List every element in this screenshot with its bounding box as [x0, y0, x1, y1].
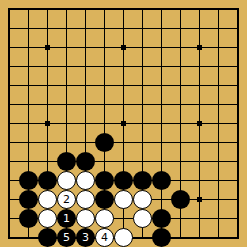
intersection[interactable] [133, 19, 152, 38]
white-stone [76, 209, 95, 228]
intersection[interactable] [95, 95, 114, 114]
grid-line-v [8, 76, 10, 95]
intersection[interactable] [57, 76, 76, 95]
grid-line-v [180, 133, 181, 152]
black-stone [152, 228, 171, 247]
grid-line-v [28, 8, 29, 19]
intersection[interactable] [152, 171, 171, 190]
grid-line-v [180, 57, 181, 76]
black-stone [38, 228, 57, 247]
grid-line-v [237, 57, 239, 76]
intersection[interactable] [171, 19, 190, 38]
grid-line-v [28, 95, 29, 114]
intersection[interactable] [152, 152, 171, 171]
grid-line-v [85, 38, 86, 57]
grid-line-v [104, 19, 105, 38]
grid-line-v [142, 8, 143, 19]
intersection[interactable] [0, 133, 19, 152]
black-stone: 5 [57, 228, 76, 247]
intersection[interactable] [95, 38, 114, 57]
intersection[interactable] [133, 0, 152, 19]
intersection[interactable] [209, 57, 228, 76]
intersection[interactable] [76, 38, 95, 57]
grid-line-v [85, 76, 86, 95]
intersection[interactable] [0, 190, 19, 209]
intersection[interactable] [114, 209, 133, 228]
grid-line-v [218, 152, 219, 171]
grid-line-v [123, 76, 124, 95]
intersection[interactable]: 1 [57, 209, 76, 228]
intersection[interactable] [152, 0, 171, 19]
intersection[interactable] [209, 171, 228, 190]
intersection[interactable] [19, 76, 38, 95]
intersection[interactable] [209, 209, 228, 228]
grid-line-v [104, 76, 105, 95]
grid-line-v [237, 114, 239, 133]
grid-line-v [161, 76, 162, 95]
black-stone [38, 171, 57, 190]
intersection[interactable] [209, 190, 228, 209]
intersection[interactable] [57, 57, 76, 76]
intersection[interactable] [76, 209, 95, 228]
grid-line-v [199, 57, 200, 76]
black-stone [95, 190, 114, 209]
grid-line-v [104, 152, 105, 171]
intersection[interactable] [171, 0, 190, 19]
intersection[interactable] [190, 114, 209, 133]
grid-line-v [199, 95, 200, 114]
grid-line-v [142, 228, 143, 239]
intersection[interactable] [114, 57, 133, 76]
grid-line-v [8, 38, 10, 57]
intersection[interactable] [38, 95, 57, 114]
intersection[interactable] [114, 38, 133, 57]
grid-line-v [85, 19, 86, 38]
intersection[interactable] [171, 57, 190, 76]
intersection[interactable]: 2 [57, 190, 76, 209]
grid-line-v [180, 114, 181, 133]
intersection[interactable] [57, 19, 76, 38]
grid-line-v [142, 19, 143, 38]
intersection[interactable] [228, 0, 247, 19]
intersection[interactable] [76, 76, 95, 95]
intersection[interactable] [0, 171, 19, 190]
intersection[interactable] [38, 209, 57, 228]
grid-line-v [218, 38, 219, 57]
grid-line-v [85, 8, 86, 19]
intersection[interactable] [171, 152, 190, 171]
grid-line-v [66, 133, 67, 152]
grid-line-v [142, 95, 143, 114]
move-label: 2 [63, 194, 70, 205]
grid-line-v [8, 171, 10, 190]
intersection[interactable] [0, 19, 19, 38]
intersection[interactable] [228, 152, 247, 171]
intersection[interactable] [171, 95, 190, 114]
intersection[interactable] [133, 152, 152, 171]
intersection[interactable] [171, 133, 190, 152]
grid-line-v [199, 133, 200, 152]
intersection[interactable] [0, 228, 19, 247]
star-point [45, 45, 50, 50]
grid-line-v [142, 114, 143, 133]
grid-line-v [199, 209, 200, 228]
grid-line-v [180, 8, 181, 19]
intersection[interactable] [0, 114, 19, 133]
star-point [45, 121, 50, 126]
intersection[interactable] [38, 76, 57, 95]
grid-line-v [28, 19, 29, 38]
intersection[interactable] [171, 171, 190, 190]
intersection[interactable] [228, 114, 247, 133]
intersection[interactable] [95, 171, 114, 190]
intersection[interactable] [209, 114, 228, 133]
intersection[interactable] [190, 190, 209, 209]
intersection[interactable] [38, 190, 57, 209]
intersection[interactable] [19, 152, 38, 171]
intersection[interactable] [152, 209, 171, 228]
intersection[interactable] [95, 209, 114, 228]
intersection[interactable] [76, 0, 95, 19]
grid-line-v [8, 228, 10, 239]
intersection[interactable] [19, 95, 38, 114]
intersection[interactable] [0, 57, 19, 76]
star-point [121, 121, 126, 126]
black-stone [133, 171, 152, 190]
intersection[interactable] [95, 152, 114, 171]
intersection[interactable] [152, 19, 171, 38]
intersection[interactable] [114, 0, 133, 19]
intersection[interactable] [57, 114, 76, 133]
black-stone [95, 171, 114, 190]
grid-line-v [142, 133, 143, 152]
move-label: 5 [63, 232, 70, 243]
intersection[interactable] [133, 190, 152, 209]
black-stone [152, 209, 171, 228]
intersection[interactable] [228, 228, 247, 247]
intersection[interactable] [190, 0, 209, 19]
intersection[interactable] [114, 228, 133, 247]
grid-line-v [85, 95, 86, 114]
move-label: 4 [101, 232, 108, 243]
intersection[interactable] [0, 152, 19, 171]
intersection[interactable] [228, 19, 247, 38]
intersection[interactable] [209, 95, 228, 114]
intersection[interactable] [95, 114, 114, 133]
intersection[interactable] [133, 57, 152, 76]
intersection[interactable] [38, 19, 57, 38]
intersection[interactable] [209, 0, 228, 19]
intersection[interactable] [95, 57, 114, 76]
intersection[interactable] [171, 38, 190, 57]
grid-line-v [180, 38, 181, 57]
intersection[interactable] [171, 209, 190, 228]
intersection[interactable]: 3 [76, 228, 95, 247]
grid-line-v [28, 38, 29, 57]
grid-line-v [180, 19, 181, 38]
grid-line-v [104, 38, 105, 57]
grid-line-v [28, 152, 29, 171]
grid-line-v [104, 57, 105, 76]
intersection[interactable] [57, 133, 76, 152]
white-stone [95, 209, 114, 228]
grid-line-v [180, 76, 181, 95]
intersection[interactable] [114, 190, 133, 209]
intersection[interactable] [95, 76, 114, 95]
intersection[interactable] [228, 171, 247, 190]
intersection[interactable] [38, 57, 57, 76]
grid-line-v [28, 228, 29, 239]
grid-line-v [28, 57, 29, 76]
intersection[interactable] [209, 152, 228, 171]
grid-line-v [218, 171, 219, 190]
white-stone [38, 209, 57, 228]
intersection[interactable] [171, 76, 190, 95]
intersection[interactable] [0, 209, 19, 228]
grid-line-v [199, 19, 200, 38]
grid-line-v [8, 209, 10, 228]
intersection[interactable] [19, 209, 38, 228]
intersection[interactable] [228, 57, 247, 76]
grid-line-v [8, 152, 10, 171]
intersection[interactable] [76, 95, 95, 114]
intersection[interactable] [0, 0, 19, 19]
intersection[interactable] [95, 19, 114, 38]
intersection[interactable] [76, 114, 95, 133]
intersection[interactable] [133, 95, 152, 114]
grid-line-v [199, 171, 200, 190]
intersection[interactable] [133, 114, 152, 133]
grid-line-v [161, 133, 162, 152]
intersection[interactable] [38, 114, 57, 133]
move-label: 1 [63, 213, 70, 224]
intersection[interactable] [171, 190, 190, 209]
intersection[interactable] [76, 171, 95, 190]
intersection[interactable] [152, 190, 171, 209]
black-stone [76, 152, 95, 171]
intersection[interactable] [114, 152, 133, 171]
intersection[interactable] [133, 209, 152, 228]
grid-line-v [142, 152, 143, 171]
black-stone [19, 190, 38, 209]
intersection[interactable] [152, 57, 171, 76]
go-board: 21534 [0, 0, 247, 247]
intersection[interactable] [19, 228, 38, 247]
grid-line-v [47, 57, 48, 76]
grid-line-v [8, 114, 10, 133]
grid-line-v [66, 114, 67, 133]
intersection[interactable] [152, 228, 171, 247]
grid-line-v [8, 8, 10, 19]
intersection[interactable] [133, 76, 152, 95]
intersection[interactable] [57, 152, 76, 171]
intersection[interactable] [133, 171, 152, 190]
intersection[interactable] [57, 0, 76, 19]
intersection[interactable] [19, 19, 38, 38]
grid-line-v [47, 8, 48, 19]
intersection[interactable] [38, 133, 57, 152]
grid-line-v [218, 209, 219, 228]
intersection[interactable] [38, 0, 57, 19]
intersection[interactable] [190, 152, 209, 171]
intersection[interactable] [209, 76, 228, 95]
intersection[interactable] [228, 133, 247, 152]
intersection[interactable] [228, 190, 247, 209]
grid-line-v [180, 152, 181, 171]
intersection[interactable] [95, 0, 114, 19]
grid-line-v [161, 57, 162, 76]
grid-line-v [218, 114, 219, 133]
intersection[interactable] [152, 76, 171, 95]
grid-line-v [123, 95, 124, 114]
grid-line-v [104, 114, 105, 133]
intersection[interactable] [152, 133, 171, 152]
intersection[interactable] [95, 133, 114, 152]
intersection[interactable] [190, 171, 209, 190]
grid-line-v [8, 57, 10, 76]
move-label: 3 [82, 232, 89, 243]
star-point [197, 45, 202, 50]
intersection[interactable] [190, 38, 209, 57]
grid-line-v [47, 133, 48, 152]
grid-line-v [8, 190, 10, 209]
intersection[interactable] [19, 190, 38, 209]
intersection[interactable] [190, 57, 209, 76]
intersection[interactable] [133, 133, 152, 152]
grid-line-v [218, 228, 219, 239]
intersection[interactable] [152, 38, 171, 57]
intersection[interactable] [114, 171, 133, 190]
grid-line-v [66, 38, 67, 57]
intersection[interactable] [19, 38, 38, 57]
intersection[interactable]: 4 [95, 228, 114, 247]
grid-line-v [218, 76, 219, 95]
intersection[interactable] [76, 190, 95, 209]
grid-line-v [180, 95, 181, 114]
grid-line-v [66, 95, 67, 114]
white-stone [133, 190, 152, 209]
intersection[interactable] [190, 95, 209, 114]
intersection[interactable] [209, 19, 228, 38]
intersection[interactable]: 5 [57, 228, 76, 247]
intersection[interactable] [190, 76, 209, 95]
intersection[interactable] [57, 95, 76, 114]
intersection[interactable] [76, 133, 95, 152]
intersection[interactable] [190, 228, 209, 247]
intersection[interactable] [190, 133, 209, 152]
grid-line-v [123, 133, 124, 152]
grid-line-v [237, 76, 239, 95]
grid-line-v [142, 57, 143, 76]
grid-line-v [47, 95, 48, 114]
white-stone: 2 [57, 190, 76, 209]
grid-line-v [28, 114, 29, 133]
grid-line-v [123, 209, 124, 228]
intersection[interactable] [38, 38, 57, 57]
intersection[interactable] [0, 76, 19, 95]
intersection[interactable] [57, 38, 76, 57]
grid-line-v [237, 19, 239, 38]
grid-line-v [218, 19, 219, 38]
grid-line-v [123, 152, 124, 171]
intersection[interactable] [190, 209, 209, 228]
intersection[interactable] [152, 95, 171, 114]
intersection[interactable] [19, 57, 38, 76]
intersection[interactable] [114, 95, 133, 114]
intersection[interactable] [114, 76, 133, 95]
intersection[interactable] [19, 0, 38, 19]
star-point [197, 197, 202, 202]
white-stone [38, 190, 57, 209]
intersection[interactable] [38, 152, 57, 171]
grid-line-v [237, 171, 239, 190]
grid-line-v [161, 114, 162, 133]
intersection[interactable] [228, 209, 247, 228]
intersection[interactable] [209, 38, 228, 57]
intersection[interactable] [0, 38, 19, 57]
intersection[interactable] [19, 114, 38, 133]
grid-line-v [180, 228, 181, 239]
intersection[interactable] [228, 38, 247, 57]
intersection[interactable] [0, 95, 19, 114]
intersection[interactable] [76, 152, 95, 171]
grid-line-v [237, 152, 239, 171]
white-stone: 4 [95, 228, 114, 247]
intersection[interactable] [133, 38, 152, 57]
grid-line-v [66, 8, 67, 19]
intersection[interactable] [38, 171, 57, 190]
intersection[interactable] [228, 76, 247, 95]
intersection[interactable] [114, 133, 133, 152]
intersection[interactable] [57, 171, 76, 190]
intersection[interactable] [114, 19, 133, 38]
intersection[interactable] [19, 133, 38, 152]
black-stone [19, 209, 38, 228]
grid-line-v [218, 133, 219, 152]
intersection[interactable] [209, 228, 228, 247]
grid-line-v [8, 133, 10, 152]
intersection[interactable] [190, 19, 209, 38]
intersection[interactable] [76, 57, 95, 76]
intersection[interactable] [171, 228, 190, 247]
grid-line-v [85, 133, 86, 152]
grid-line-v [8, 95, 10, 114]
black-stone [152, 171, 171, 190]
intersection[interactable] [38, 228, 57, 247]
grid-line-v [161, 152, 162, 171]
grid-line-v [237, 133, 239, 152]
grid-line-v [218, 8, 219, 19]
grid-line-v [199, 228, 200, 239]
grid-line-v [142, 38, 143, 57]
intersection[interactable] [95, 190, 114, 209]
intersection[interactable] [209, 133, 228, 152]
intersection[interactable] [133, 228, 152, 247]
intersection[interactable] [114, 114, 133, 133]
intersection[interactable] [152, 114, 171, 133]
grid-line-v [199, 152, 200, 171]
grid-line-v [199, 76, 200, 95]
grid-line-v [104, 95, 105, 114]
grid-line-v [218, 190, 219, 209]
grid-line-v [123, 19, 124, 38]
intersection[interactable] [228, 95, 247, 114]
grid-line-v [66, 76, 67, 95]
intersection[interactable] [171, 114, 190, 133]
grid-line-v [47, 19, 48, 38]
intersection[interactable] [19, 171, 38, 190]
intersection[interactable] [76, 19, 95, 38]
